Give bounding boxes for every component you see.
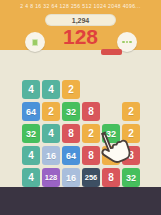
tile-4[interactable]: 4	[22, 168, 40, 187]
tile-64[interactable]: 64	[62, 146, 80, 165]
board-button[interactable]	[25, 32, 45, 52]
board[interactable]: 44264232823248232241664828412816256832	[22, 80, 140, 187]
tile-2[interactable]: 2	[122, 102, 140, 121]
tile-8[interactable]: 8	[122, 146, 140, 165]
tile-sequence-text: 2 4 8 16 32 64 128 256 512 1024 2048 409…	[0, 3, 161, 9]
tile-2[interactable]: 2	[102, 146, 120, 165]
tile-4[interactable]: 4	[42, 124, 60, 143]
footer-bar	[0, 187, 161, 215]
tile-2[interactable]: 2	[62, 80, 80, 99]
header: 2 4 8 16 32 64 128 256 512 1024 2048 409…	[0, 0, 161, 50]
tile-8[interactable]: 8	[102, 168, 120, 187]
tile-8[interactable]: 8	[82, 146, 100, 165]
tile-32[interactable]: 32	[122, 168, 140, 187]
tile-4[interactable]: 4	[22, 146, 40, 165]
grid-icon	[32, 39, 38, 46]
tile-4[interactable]: 4	[42, 80, 60, 99]
tile-32[interactable]: 32	[22, 124, 40, 143]
tile-16[interactable]: 16	[42, 146, 60, 165]
tile-64[interactable]: 64	[22, 102, 40, 121]
empty-cell	[82, 80, 100, 99]
tile-8[interactable]: 8	[82, 102, 100, 121]
tile-16[interactable]: 16	[62, 168, 80, 187]
tile-32[interactable]: 32	[102, 124, 120, 143]
tile-128[interactable]: 128	[42, 168, 60, 187]
tile-2[interactable]: 2	[82, 124, 100, 143]
tile-2[interactable]: 2	[42, 102, 60, 121]
current-tile-value: 128	[0, 26, 161, 47]
empty-cell	[102, 102, 120, 121]
tile-32[interactable]: 32	[62, 102, 80, 121]
tile-256[interactable]: 256	[82, 168, 100, 187]
tile-4[interactable]: 4	[22, 80, 40, 99]
empty-cell	[102, 80, 120, 99]
app-frame: 2 4 8 16 32 64 128 256 512 1024 2048 409…	[0, 0, 161, 215]
dots-icon	[122, 41, 131, 43]
tile-2[interactable]: 2	[122, 124, 140, 143]
drop-indicator-tab	[101, 49, 122, 55]
empty-cell	[122, 80, 140, 99]
tile-8[interactable]: 8	[62, 124, 80, 143]
score-value: 1,294	[72, 17, 90, 24]
